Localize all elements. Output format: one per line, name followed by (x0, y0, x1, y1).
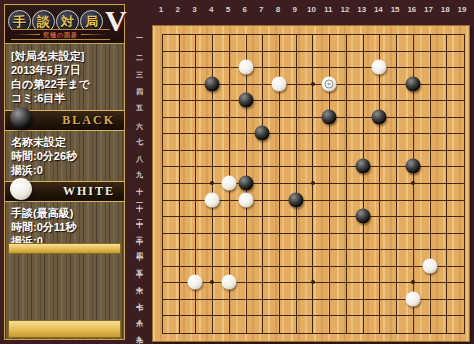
column-label: 12 (340, 4, 349, 13)
white-stone (221, 275, 236, 290)
white-stone (272, 76, 287, 91)
column-coordinates: 12345678910111213141516171819 (161, 3, 462, 14)
black-stone (355, 159, 370, 174)
star-point (210, 280, 214, 284)
black-header-label: BLACK (62, 113, 115, 128)
white-stone (422, 258, 437, 273)
column-label: 4 (209, 4, 213, 13)
logo-subtitle: 究極の囲碁 (43, 32, 78, 38)
points-layer (162, 34, 463, 332)
black-stone (355, 209, 370, 224)
column-label: 15 (391, 4, 400, 13)
white-stone (405, 291, 420, 306)
black-stone (405, 76, 420, 91)
logo-subtitle-banner: 究極の囲碁 (11, 29, 110, 40)
white-stone (188, 275, 203, 290)
black-time: 時間:0分26秒 (11, 149, 118, 163)
go-app-window: 手 談 対 局 V 究極の囲碁 [対局名未設定] 2013年5月7日 白の第22… (0, 0, 474, 344)
column-label: 6 (242, 4, 246, 13)
white-player-bar: WHITE (5, 181, 124, 202)
black-stone (238, 93, 253, 108)
white-stone-icon (10, 178, 32, 200)
white-stone (205, 192, 220, 207)
black-player-info: 名称未設定 時間:0分26秒 揚浜:0 (5, 131, 124, 180)
column-label: 16 (407, 4, 416, 13)
column-label: 14 (374, 4, 383, 13)
game-date: 2013年5月7日 (11, 63, 118, 77)
white-stone (238, 192, 253, 207)
white-stone (372, 60, 387, 75)
column-label: 5 (226, 4, 230, 13)
white-header-label: WHITE (63, 184, 115, 199)
star-point (311, 181, 315, 185)
black-player-name: 名称未設定 (11, 135, 118, 149)
white-stone (238, 60, 253, 75)
column-label: 8 (276, 4, 280, 13)
column-label: 18 (441, 4, 450, 13)
star-point (411, 181, 415, 185)
star-point (311, 82, 315, 86)
column-label: 1 (159, 4, 163, 13)
app-logo: 手 談 対 局 V 究極の囲碁 (5, 5, 124, 44)
column-label: 11 (324, 4, 332, 13)
game-title: [対局名未設定] (11, 49, 118, 63)
column-label: 13 (357, 4, 366, 13)
komi-value: コミ:6目半 (11, 91, 118, 105)
move-status: 白の第22手まで (11, 77, 118, 91)
black-stone (288, 192, 303, 207)
star-point (210, 181, 214, 185)
sidebar-divider-strip (8, 243, 121, 254)
column-label: 7 (259, 4, 263, 13)
black-stone (205, 76, 220, 91)
sidebar-bottom-strip (8, 320, 121, 338)
white-player-name: 手談(最高級) (11, 206, 118, 220)
column-label: 17 (424, 4, 433, 13)
black-stone (255, 126, 270, 141)
column-label: 2 (175, 4, 179, 13)
star-point (311, 280, 315, 284)
sidebar: 手 談 対 局 V 究極の囲碁 [対局名未設定] 2013年5月7日 白の第22… (4, 4, 125, 340)
column-label: 19 (458, 4, 467, 13)
column-label: 9 (293, 4, 297, 13)
game-info-panel: [対局名未設定] 2013年5月7日 白の第22手まで コミ:6目半 (5, 44, 124, 109)
column-label: 10 (307, 4, 316, 13)
white-stone (221, 176, 236, 191)
black-player-bar: BLACK (5, 110, 124, 131)
black-stone (238, 176, 253, 191)
column-label: 3 (192, 4, 196, 13)
star-point (411, 280, 415, 284)
white-stone-last-move (322, 76, 337, 91)
white-time: 時間:0分11秒 (11, 220, 118, 234)
black-stone (405, 159, 420, 174)
black-stone (372, 109, 387, 124)
black-stone-icon (10, 107, 32, 129)
row-coordinates: 一二三四五六七八九十十一十二十三十四十五十六十七十八十九 (129, 33, 149, 331)
black-captures: 揚浜:0 (11, 163, 118, 177)
goban-board[interactable] (152, 25, 470, 342)
black-stone (322, 109, 337, 124)
